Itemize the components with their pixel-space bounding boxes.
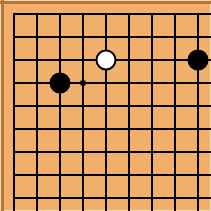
grid-line-vertical	[151, 163, 153, 187]
grid-line-vertical	[59, 140, 61, 164]
grid-line-vertical	[105, 94, 107, 118]
grid-line-vertical	[82, 140, 84, 164]
intersection-5-3	[95, 49, 118, 72]
grid-line-vertical	[174, 117, 176, 141]
intersection-8-9	[164, 187, 187, 210]
grid-line-vertical	[174, 48, 176, 72]
intersection-2-4	[26, 72, 49, 95]
intersection-4-8	[72, 164, 95, 187]
intersection-3-2	[49, 26, 72, 49]
grid-line-vertical	[151, 48, 153, 72]
grid-line-vertical	[197, 94, 199, 118]
intersection-1-7	[3, 141, 26, 164]
grid-line-vertical	[13, 48, 15, 72]
go-board	[0, 0, 211, 211]
intersection-5-9	[95, 187, 118, 210]
grid-line-vertical	[197, 186, 199, 211]
grid-line-vertical	[128, 163, 130, 187]
intersection-1-5	[3, 95, 26, 118]
intersection-6-2	[118, 26, 141, 49]
grid-line-vertical	[151, 25, 153, 49]
black-stone	[50, 73, 71, 94]
grid-line-vertical	[128, 117, 130, 141]
grid-line-vertical	[197, 163, 199, 187]
intersection-4-5	[72, 95, 95, 118]
intersection-5-6	[95, 118, 118, 141]
intersection-5-5	[95, 95, 118, 118]
board-edge-bevel-top	[0, 1, 211, 4]
grid-line-vertical	[128, 71, 130, 95]
intersection-9-7	[187, 141, 210, 164]
grid-line-vertical	[59, 186, 61, 211]
board-grid	[3, 3, 210, 210]
intersection-7-2	[141, 26, 164, 49]
grid-line-vertical	[13, 117, 15, 141]
intersection-6-4	[118, 72, 141, 95]
grid-line-vertical	[151, 94, 153, 118]
grid-line-vertical	[174, 71, 176, 95]
grid-line-vertical	[128, 186, 130, 211]
intersection-9-5	[187, 95, 210, 118]
intersection-9-8	[187, 164, 210, 187]
intersection-7-7	[141, 141, 164, 164]
grid-line-vertical	[13, 186, 15, 211]
intersection-9-9	[187, 187, 210, 210]
intersection-6-7	[118, 141, 141, 164]
intersection-6-5	[118, 95, 141, 118]
intersection-9-3	[187, 49, 210, 72]
grid-line-vertical	[105, 71, 107, 95]
intersection-7-4	[141, 72, 164, 95]
grid-line-vertical	[59, 117, 61, 141]
intersection-2-3	[26, 49, 49, 72]
intersection-9-4	[187, 72, 210, 95]
grid-line-vertical	[82, 163, 84, 187]
intersection-4-4	[72, 72, 95, 95]
intersection-3-4	[49, 72, 72, 95]
intersection-7-8	[141, 164, 164, 187]
intersection-7-5	[141, 95, 164, 118]
intersection-7-6	[141, 118, 164, 141]
board-edge-bevel-left	[1, 0, 4, 211]
grid-line-vertical	[36, 94, 38, 118]
white-stone	[96, 50, 117, 71]
intersection-3-9	[49, 187, 72, 210]
intersection-1-4	[3, 72, 26, 95]
intersection-1-3	[3, 49, 26, 72]
star-point-marker	[81, 81, 86, 86]
intersection-3-7	[49, 141, 72, 164]
intersection-5-2	[95, 26, 118, 49]
grid-line-vertical	[36, 117, 38, 141]
intersection-3-3	[49, 49, 72, 72]
grid-line-vertical	[13, 140, 15, 164]
intersection-2-9	[26, 187, 49, 210]
grid-line-vertical	[36, 140, 38, 164]
grid-line-vertical	[197, 71, 199, 95]
intersection-4-9	[72, 187, 95, 210]
intersection-2-8	[26, 164, 49, 187]
grid-line-vertical	[174, 163, 176, 187]
grid-line-vertical	[105, 117, 107, 141]
grid-line-vertical	[128, 48, 130, 72]
intersection-4-1	[72, 3, 95, 26]
intersection-3-5	[49, 95, 72, 118]
intersection-5-4	[95, 72, 118, 95]
intersection-7-3	[141, 49, 164, 72]
intersection-8-7	[164, 141, 187, 164]
intersection-8-1	[164, 3, 187, 26]
grid-line-vertical	[197, 140, 199, 164]
intersection-3-1	[49, 3, 72, 26]
grid-line-vertical	[82, 48, 84, 72]
grid-line-vertical	[36, 71, 38, 95]
grid-line-vertical	[59, 94, 61, 118]
grid-line-vertical	[82, 25, 84, 49]
grid-line-vertical	[13, 71, 15, 95]
intersection-5-8	[95, 164, 118, 187]
grid-line-vertical	[174, 94, 176, 118]
intersection-2-1	[26, 3, 49, 26]
grid-line-vertical	[128, 94, 130, 118]
intersection-7-9	[141, 187, 164, 210]
grid-line-vertical	[13, 94, 15, 118]
grid-line-vertical	[197, 117, 199, 141]
intersection-3-6	[49, 118, 72, 141]
grid-line-vertical	[151, 117, 153, 141]
grid-line-vertical	[59, 163, 61, 187]
intersection-1-9	[3, 187, 26, 210]
intersection-2-2	[26, 26, 49, 49]
grid-line-vertical	[36, 186, 38, 211]
grid-line-vertical	[59, 25, 61, 49]
intersection-9-1	[187, 3, 210, 26]
grid-line-vertical	[82, 117, 84, 141]
intersection-8-3	[164, 49, 187, 72]
black-stone	[188, 50, 209, 71]
grid-line-vertical	[128, 140, 130, 164]
intersection-9-2	[187, 26, 210, 49]
grid-line-vertical	[151, 71, 153, 95]
grid-line-vertical	[151, 140, 153, 164]
grid-line-vertical	[197, 25, 199, 49]
intersection-6-3	[118, 49, 141, 72]
intersection-8-6	[164, 118, 187, 141]
intersection-4-6	[72, 118, 95, 141]
intersection-6-1	[118, 3, 141, 26]
grid-line-vertical	[36, 25, 38, 49]
intersection-2-5	[26, 95, 49, 118]
grid-line-vertical	[105, 140, 107, 164]
grid-line-vertical	[128, 25, 130, 49]
grid-line-vertical	[174, 140, 176, 164]
intersection-4-7	[72, 141, 95, 164]
grid-line-vertical	[105, 163, 107, 187]
intersection-1-2	[3, 26, 26, 49]
intersection-4-3	[72, 49, 95, 72]
intersection-2-7	[26, 141, 49, 164]
grid-line-vertical	[174, 186, 176, 211]
intersection-6-6	[118, 118, 141, 141]
intersection-9-6	[187, 118, 210, 141]
grid-line-vertical	[59, 48, 61, 72]
intersection-8-5	[164, 95, 187, 118]
grid-line-vertical	[13, 163, 15, 187]
grid-line-vertical	[105, 25, 107, 49]
intersection-6-9	[118, 187, 141, 210]
intersection-1-8	[3, 164, 26, 187]
grid-line-vertical	[105, 186, 107, 211]
grid-line-vertical	[13, 25, 15, 49]
intersection-8-4	[164, 72, 187, 95]
grid-line-vertical	[151, 186, 153, 211]
intersection-5-7	[95, 141, 118, 164]
intersection-4-2	[72, 26, 95, 49]
grid-line-vertical	[36, 163, 38, 187]
intersection-1-1	[3, 3, 26, 26]
grid-line-vertical	[174, 25, 176, 49]
grid-line-vertical	[82, 186, 84, 211]
intersection-3-8	[49, 164, 72, 187]
grid-line-vertical	[36, 48, 38, 72]
intersection-8-2	[164, 26, 187, 49]
intersection-6-8	[118, 164, 141, 187]
intersection-1-6	[3, 118, 26, 141]
intersection-2-6	[26, 118, 49, 141]
intersection-5-1	[95, 3, 118, 26]
intersection-8-8	[164, 164, 187, 187]
grid-line-vertical	[82, 94, 84, 118]
intersection-7-1	[141, 3, 164, 26]
